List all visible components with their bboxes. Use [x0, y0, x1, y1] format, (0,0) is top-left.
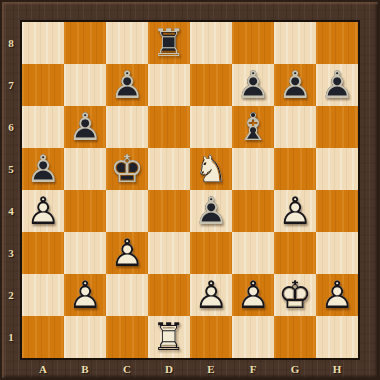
file-label-a: A	[22, 358, 64, 380]
square-g7[interactable]: ♟♙	[274, 64, 316, 106]
square-f1[interactable]	[232, 316, 274, 358]
pawn-glyph-outline: ♙	[64, 106, 106, 148]
square-c1[interactable]	[106, 316, 148, 358]
file-label-d: D	[148, 358, 190, 380]
file-label-g: G	[274, 358, 316, 380]
pawn-glyph-outline: ♙	[274, 190, 316, 232]
chess-board: ♜♖♟♙♟♙♟♙♟♙♟♙♝♗♟♙♚♔♞♘♟♙♟♙♟♙♟♙♟♙♟♙♟♙♚♔♟♙♜♖	[22, 22, 358, 358]
rank-label-8: 8	[0, 22, 22, 64]
rook-glyph-outline: ♖	[148, 316, 190, 358]
square-g6[interactable]	[274, 106, 316, 148]
knight-glyph-outline: ♘	[190, 148, 232, 190]
square-b6[interactable]: ♟♙	[64, 106, 106, 148]
square-b2[interactable]: ♟♙	[64, 274, 106, 316]
piece-black-pawn[interactable]: ♟♙	[106, 64, 148, 106]
square-h5[interactable]	[316, 148, 358, 190]
piece-black-pawn[interactable]: ♟♙	[316, 64, 358, 106]
square-g2[interactable]: ♚♔	[274, 274, 316, 316]
square-e1[interactable]	[190, 316, 232, 358]
square-a3[interactable]	[22, 232, 64, 274]
piece-black-bishop[interactable]: ♝♗	[232, 106, 274, 148]
square-a5[interactable]: ♟♙	[22, 148, 64, 190]
square-e8[interactable]	[190, 22, 232, 64]
square-e2[interactable]: ♟♙	[190, 274, 232, 316]
square-h7[interactable]: ♟♙	[316, 64, 358, 106]
square-f7[interactable]: ♟♙	[232, 64, 274, 106]
rank-label-4: 4	[0, 190, 22, 232]
file-label-e: E	[190, 358, 232, 380]
piece-white-pawn[interactable]: ♟♙	[274, 190, 316, 232]
rank-label-7: 7	[0, 64, 22, 106]
rank-label-2: 2	[0, 274, 22, 316]
square-h4[interactable]	[316, 190, 358, 232]
square-c5[interactable]: ♚♔	[106, 148, 148, 190]
piece-white-pawn[interactable]: ♟♙	[232, 274, 274, 316]
pawn-glyph-outline: ♙	[316, 274, 358, 316]
square-e6[interactable]	[190, 106, 232, 148]
square-b8[interactable]	[64, 22, 106, 64]
square-g4[interactable]: ♟♙	[274, 190, 316, 232]
piece-black-king[interactable]: ♚♔	[106, 148, 148, 190]
square-a7[interactable]	[22, 64, 64, 106]
square-g5[interactable]	[274, 148, 316, 190]
piece-white-king[interactable]: ♚♔	[274, 274, 316, 316]
rank-labels: 87654321	[0, 22, 22, 358]
square-h1[interactable]	[316, 316, 358, 358]
pawn-glyph-outline: ♙	[232, 64, 274, 106]
rank-label-5: 5	[0, 148, 22, 190]
square-h2[interactable]: ♟♙	[316, 274, 358, 316]
square-b7[interactable]	[64, 64, 106, 106]
square-g1[interactable]	[274, 316, 316, 358]
square-e4[interactable]: ♟♙	[190, 190, 232, 232]
square-d7[interactable]	[148, 64, 190, 106]
file-label-f: F	[232, 358, 274, 380]
square-f5[interactable]	[232, 148, 274, 190]
rank-label-6: 6	[0, 106, 22, 148]
square-h6[interactable]	[316, 106, 358, 148]
pawn-glyph-outline: ♙	[190, 190, 232, 232]
square-a6[interactable]	[22, 106, 64, 148]
pawn-glyph-outline: ♙	[106, 232, 148, 274]
piece-white-rook[interactable]: ♜♖	[148, 316, 190, 358]
square-c3[interactable]: ♟♙	[106, 232, 148, 274]
pawn-glyph-outline: ♙	[64, 274, 106, 316]
king-glyph-outline: ♔	[106, 148, 148, 190]
square-e5[interactable]: ♞♘	[190, 148, 232, 190]
piece-white-pawn[interactable]: ♟♙	[190, 274, 232, 316]
square-d2[interactable]	[148, 274, 190, 316]
square-f4[interactable]	[232, 190, 274, 232]
square-e7[interactable]	[190, 64, 232, 106]
square-a4[interactable]: ♟♙	[22, 190, 64, 232]
square-a2[interactable]	[22, 274, 64, 316]
square-b1[interactable]	[64, 316, 106, 358]
pawn-glyph-outline: ♙	[22, 190, 64, 232]
pawn-glyph-outline: ♙	[232, 274, 274, 316]
rank-label-1: 1	[0, 316, 22, 358]
piece-white-pawn[interactable]: ♟♙	[22, 190, 64, 232]
pawn-glyph-outline: ♙	[274, 64, 316, 106]
bishop-glyph-outline: ♗	[232, 106, 274, 148]
square-d1[interactable]: ♜♖	[148, 316, 190, 358]
square-c2[interactable]	[106, 274, 148, 316]
square-h8[interactable]	[316, 22, 358, 64]
piece-white-pawn[interactable]: ♟♙	[316, 274, 358, 316]
square-g3[interactable]	[274, 232, 316, 274]
square-d3[interactable]	[148, 232, 190, 274]
square-g8[interactable]	[274, 22, 316, 64]
square-d4[interactable]	[148, 190, 190, 232]
square-c6[interactable]	[106, 106, 148, 148]
piece-black-pawn[interactable]: ♟♙	[190, 190, 232, 232]
file-label-b: B	[64, 358, 106, 380]
square-b3[interactable]	[64, 232, 106, 274]
pawn-glyph-outline: ♙	[316, 64, 358, 106]
square-d5[interactable]	[148, 148, 190, 190]
square-b4[interactable]	[64, 190, 106, 232]
file-labels: ABCDEFGH	[22, 358, 358, 380]
pawn-glyph-outline: ♙	[190, 274, 232, 316]
square-e3[interactable]	[190, 232, 232, 274]
square-b5[interactable]	[64, 148, 106, 190]
piece-black-pawn[interactable]: ♟♙	[22, 148, 64, 190]
square-d6[interactable]	[148, 106, 190, 148]
square-d8[interactable]: ♜♖	[148, 22, 190, 64]
chess-board-frame: ♜♖♟♙♟♙♟♙♟♙♟♙♝♗♟♙♚♔♞♘♟♙♟♙♟♙♟♙♟♙♟♙♟♙♚♔♟♙♜♖…	[0, 0, 380, 380]
square-c7[interactable]: ♟♙	[106, 64, 148, 106]
square-f6[interactable]: ♝♗	[232, 106, 274, 148]
piece-black-rook[interactable]: ♜♖	[148, 22, 190, 64]
rank-label-3: 3	[0, 232, 22, 274]
file-label-h: H	[316, 358, 358, 380]
piece-black-pawn[interactable]: ♟♙	[232, 64, 274, 106]
rook-glyph-outline: ♖	[148, 22, 190, 64]
pawn-glyph-outline: ♙	[22, 148, 64, 190]
square-h3[interactable]	[316, 232, 358, 274]
pawn-glyph-outline: ♙	[106, 64, 148, 106]
square-f2[interactable]: ♟♙	[232, 274, 274, 316]
piece-black-pawn[interactable]: ♟♙	[274, 64, 316, 106]
king-glyph-outline: ♔	[274, 274, 316, 316]
square-a1[interactable]	[22, 316, 64, 358]
square-c8[interactable]	[106, 22, 148, 64]
square-f8[interactable]	[232, 22, 274, 64]
square-f3[interactable]	[232, 232, 274, 274]
piece-white-knight[interactable]: ♞♘	[190, 148, 232, 190]
piece-white-pawn[interactable]: ♟♙	[64, 274, 106, 316]
square-a8[interactable]	[22, 22, 64, 64]
file-label-c: C	[106, 358, 148, 380]
piece-black-pawn[interactable]: ♟♙	[64, 106, 106, 148]
square-c4[interactable]	[106, 190, 148, 232]
piece-white-pawn[interactable]: ♟♙	[106, 232, 148, 274]
